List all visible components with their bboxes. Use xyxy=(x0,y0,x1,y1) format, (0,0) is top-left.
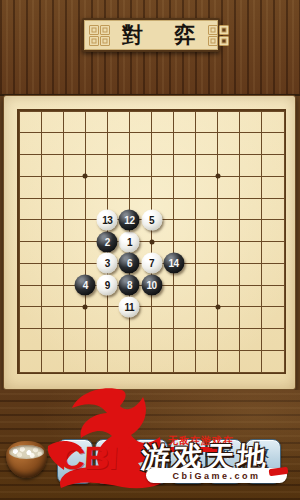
game-button-3[interactable] xyxy=(132,439,168,484)
stone-2-black: 2 xyxy=(97,231,118,252)
stone-12-black: 12 xyxy=(119,209,140,230)
grid-line-v xyxy=(173,111,174,372)
star-point xyxy=(149,239,154,244)
grid-line-h xyxy=(19,328,284,329)
stone-10-black: 10 xyxy=(141,275,162,296)
stone-9-white: 9 xyxy=(97,275,118,296)
zoom-out-button[interactable]: 缩小 xyxy=(207,439,243,484)
grid-line-v xyxy=(239,111,240,372)
stone-13-white: 13 xyxy=(97,209,118,230)
bowl-stones xyxy=(9,445,44,459)
stone-6-black: 6 xyxy=(119,253,140,274)
game-button-2[interactable] xyxy=(95,439,131,484)
game-button-4[interactable] xyxy=(170,439,206,484)
grid-line-v xyxy=(217,111,218,372)
grid-line-v xyxy=(261,111,262,372)
grid-line-v xyxy=(284,111,285,372)
star-point xyxy=(83,174,88,179)
game-button-1[interactable] xyxy=(57,439,93,484)
title-plaque: 對 弈 xyxy=(82,18,220,52)
board-grid[interactable]: 1234567891011121314 xyxy=(17,109,286,374)
grid-line-v xyxy=(195,111,196,372)
stone-5-white: 5 xyxy=(141,209,162,230)
stone-4-black: 4 xyxy=(75,275,96,296)
zoom-in-button[interactable]: 放大 xyxy=(245,439,281,484)
plaque-pattern-left-icon xyxy=(89,25,109,45)
stone-1-white: 1 xyxy=(119,231,140,252)
plaque-pattern-right-icon xyxy=(208,25,228,45)
stone-14-black: 14 xyxy=(163,253,184,274)
star-point xyxy=(215,304,220,309)
zoom-in-button-label: 放大 xyxy=(255,445,270,478)
grid-line-h xyxy=(19,372,284,373)
gomoku-app-window: 對 弈 1234567891011121314 缩小 放大 CBI 无敌在游戏在… xyxy=(0,0,300,500)
stone-8-black: 8 xyxy=(119,275,140,296)
star-point xyxy=(83,304,88,309)
grid-line-h xyxy=(19,306,284,307)
star-point xyxy=(215,174,220,179)
stone-11-white: 11 xyxy=(119,296,140,317)
board-panel: 1234567891011121314 xyxy=(3,95,296,390)
stone-7-white: 7 xyxy=(141,253,162,274)
stone-3-white: 3 xyxy=(97,253,118,274)
grid-line-h xyxy=(19,350,284,351)
plaque-title: 對 弈 xyxy=(109,20,208,50)
toolbar: 缩小 放大 xyxy=(57,439,283,484)
zoom-out-button-label: 缩小 xyxy=(218,445,233,478)
